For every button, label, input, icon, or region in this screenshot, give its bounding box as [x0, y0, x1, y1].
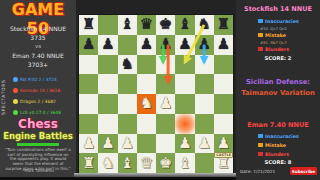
eman-blunders-row: Blunders: [258, 151, 289, 157]
spectator-name: Dragon 2 / 3682: [20, 99, 56, 104]
blunders-color-icon: [258, 47, 263, 52]
board-square[interactable]: [137, 74, 156, 94]
board-square[interactable]: [79, 94, 98, 114]
opening-name-line2: Taimanov Variation: [236, 89, 320, 97]
board-square[interactable]: [118, 35, 137, 55]
piece-white-king[interactable]: ♚: [159, 156, 172, 171]
board-square[interactable]: ♜: [214, 15, 233, 35]
board-square[interactable]: [98, 15, 117, 35]
board-square[interactable]: ♞: [118, 55, 137, 75]
brand-title-engine-battles: Engine Battles: [0, 131, 76, 141]
board-square[interactable]: ♝: [175, 15, 194, 35]
inaccuracies-label: Inaccuracies: [265, 134, 299, 139]
inaccuracies-label: Inaccuracies: [265, 19, 299, 24]
blunders-label: Blunders: [265, 152, 289, 157]
board-square[interactable]: ♟: [195, 35, 214, 55]
board-square[interactable]: ♟: [214, 134, 233, 154]
board-square[interactable]: ♟: [79, 134, 98, 154]
piece-black-queen[interactable]: ♛: [140, 17, 153, 32]
spectator-name: Fat Fritz 2 / 3724: [20, 77, 57, 82]
board-square[interactable]: [98, 55, 117, 75]
video-frame: GAME 50 Stockfish 14 NNUE 3735 vs Eman 7…: [0, 0, 320, 180]
board-square[interactable]: [175, 55, 194, 75]
board-square[interactable]: [175, 114, 194, 134]
board-square[interactable]: [195, 94, 214, 114]
white-engine-rating: 3735: [0, 34, 76, 41]
piece-white-pawn[interactable]: ♟: [101, 136, 114, 151]
spectator-row: Dragon 2 / 3682: [13, 97, 56, 105]
board-square[interactable]: ♟: [214, 35, 233, 55]
blunders-label: Blunders: [265, 47, 289, 52]
eman-score: SCORE: 8: [236, 159, 320, 165]
piece-black-pawn[interactable]: ♟: [140, 37, 153, 52]
spectators-label: SPECTATORS: [1, 73, 10, 121]
black-engine-name: Eman 7.40 NNUE: [0, 52, 76, 59]
piece-white-queen[interactable]: ♛: [140, 156, 153, 171]
spectator-color-dot: [13, 88, 18, 93]
brand-underline: [17, 143, 59, 146]
board-square[interactable]: [214, 94, 233, 114]
board-square[interactable]: ♟: [98, 134, 117, 154]
piece-black-bishop[interactable]: ♝: [178, 17, 191, 32]
board-square[interactable]: [214, 74, 233, 94]
piece-white-knight[interactable]: ♞: [101, 156, 114, 171]
board-square[interactable]: [137, 134, 156, 154]
castle-indicator-tag: CASTLE: [214, 152, 233, 159]
board-square[interactable]: ♝: [118, 15, 137, 35]
piece-black-pawn[interactable]: ♟: [197, 37, 210, 52]
piece-black-pawn[interactable]: ♟: [178, 37, 191, 52]
stockfish-inaccuracy-moves: #53..Qc7 Qc5: [260, 26, 287, 31]
white-engine-name: Stockfish 14 NNUE: [0, 25, 76, 32]
piece-black-knight[interactable]: ♞: [197, 17, 210, 32]
stockfish-panel-title: Stockfish 14 NNUE: [236, 5, 320, 13]
board-square[interactable]: [137, 114, 156, 134]
brand-title-chess: Chess: [0, 117, 76, 131]
piece-black-rook[interactable]: ♜: [82, 17, 95, 32]
board-square[interactable]: [79, 114, 98, 134]
quote-author: - Mark Taimanov: [0, 168, 76, 173]
board-square[interactable]: ♜: [79, 15, 98, 35]
spectator-name: Komodo 14 / 3618: [20, 88, 60, 93]
spectator-color-dot: [13, 99, 18, 104]
piece-white-bishop[interactable]: ♝: [178, 156, 191, 171]
mistake-label: Mistake: [265, 143, 286, 148]
board-square[interactable]: [195, 55, 214, 75]
board-square[interactable]: [195, 74, 214, 94]
piece-white-pawn[interactable]: ♟: [197, 136, 210, 151]
blunders-color-icon: [258, 152, 263, 157]
mistake-label: Mistake: [265, 33, 286, 38]
piece-white-pawn[interactable]: ♟: [217, 136, 230, 151]
piece-black-pawn[interactable]: ♟: [101, 37, 114, 52]
stockfish-score: SCORE: 2: [236, 55, 320, 61]
piece-white-pawn[interactable]: ♟: [159, 96, 172, 111]
stockfish-mistake-row: Mistake: [258, 32, 286, 38]
stockfish-blunders-row: Blunders: [258, 46, 289, 52]
piece-black-rook[interactable]: ♜: [217, 17, 230, 32]
board-square[interactable]: [79, 74, 98, 94]
board-square[interactable]: ♞: [137, 94, 156, 114]
piece-white-knight[interactable]: ♞: [140, 96, 153, 111]
board-square[interactable]: ♞: [195, 15, 214, 35]
spectator-row: Komodo 14 / 3618: [13, 86, 60, 94]
board-square[interactable]: ♟: [175, 35, 194, 55]
spectator-name: Lc0 v0.27.0 / 3648: [20, 110, 61, 115]
board-square[interactable]: [98, 114, 117, 134]
piece-black-bishop[interactable]: ♝: [120, 17, 133, 32]
board-square[interactable]: ♟: [195, 134, 214, 154]
piece-white-pawn[interactable]: ♟: [82, 136, 95, 151]
board-square[interactable]: [175, 74, 194, 94]
vs-label: vs: [0, 43, 76, 49]
board-square[interactable]: ♛: [137, 153, 156, 173]
board-square[interactable]: [118, 74, 137, 94]
board-square[interactable]: [156, 114, 175, 134]
mistake-color-icon: [258, 143, 263, 148]
board-square[interactable]: ♚: [156, 15, 175, 35]
board-square[interactable]: [137, 55, 156, 75]
board-square[interactable]: ♟: [79, 35, 98, 55]
chess-board: ♜♝♛♚♝♞♜♟♟♟♟♟♟♟♞♞♟♟♟♟♟♟♟♜♞♝♛♚♝♜ CASTLE: [78, 14, 234, 174]
piece-black-pawn[interactable]: ♟: [159, 37, 172, 52]
eman-mistake-row: Mistake: [258, 142, 286, 148]
stockfish-mistake-moves: #61..Rb7 Qc7: [260, 40, 287, 45]
board-square[interactable]: ♟: [156, 94, 175, 114]
inaccuracy-color-icon: [258, 19, 263, 24]
piece-white-pawn[interactable]: ♟: [120, 136, 133, 151]
board-square[interactable]: ♞: [98, 153, 117, 173]
board-square[interactable]: [98, 94, 117, 114]
spectator-row: Fat Fritz 2 / 3724: [13, 75, 57, 83]
board-square[interactable]: ♝: [175, 153, 194, 173]
board-square[interactable]: [214, 114, 233, 134]
board-square[interactable]: [156, 55, 175, 75]
eman-panel-title: Eman 7.40 NNUE: [236, 121, 320, 129]
piece-black-pawn[interactable]: ♟: [82, 37, 95, 52]
board-square[interactable]: ♟: [175, 134, 194, 154]
mistake-color-icon: [258, 33, 263, 38]
board-square[interactable]: ♝: [118, 153, 137, 173]
piece-black-king[interactable]: ♚: [159, 17, 172, 32]
piece-black-knight[interactable]: ♞: [120, 57, 133, 72]
board-square[interactable]: [118, 94, 137, 114]
spectator-row: Lc0 v0.27.0 / 3648: [13, 108, 61, 116]
board-square[interactable]: [156, 134, 175, 154]
subscribe-button[interactable]: Subscribe: [290, 167, 317, 175]
game-number: GAME 50: [0, 0, 76, 38]
right-panel: Stockfish 14 NNUE Inaccuracies #53..Qc7 …: [236, 0, 320, 180]
board-square[interactable]: [79, 55, 98, 75]
board-square[interactable]: ♛: [137, 15, 156, 35]
piece-white-rook[interactable]: ♜: [82, 156, 95, 171]
black-engine-rating: 3703+: [0, 61, 76, 68]
board-square[interactable]: [214, 55, 233, 75]
board-square[interactable]: [98, 74, 117, 94]
board-square[interactable]: ♟: [118, 134, 137, 154]
board-square[interactable]: [195, 153, 214, 173]
board-grid: ♜♝♛♚♝♞♜♟♟♟♟♟♟♟♞♞♟♟♟♟♟♟♟♜♞♝♛♚♝♜: [79, 15, 233, 173]
spectator-color-dot: [13, 77, 18, 82]
board-square[interactable]: [156, 74, 175, 94]
piece-black-pawn[interactable]: ♟: [217, 37, 230, 52]
stockfish-inaccuracies-row: Inaccuracies: [258, 18, 299, 24]
board-square[interactable]: ♚: [156, 153, 175, 173]
spectator-color-dot: [13, 110, 18, 115]
board-square[interactable]: ♟: [156, 35, 175, 55]
left-panel: GAME 50 Stockfish 14 NNUE 3735 vs Eman 7…: [0, 0, 76, 180]
piece-white-pawn[interactable]: ♟: [178, 136, 191, 151]
board-square[interactable]: ♟: [98, 35, 117, 55]
board-square[interactable]: ♟: [137, 35, 156, 55]
inaccuracy-color-icon: [258, 134, 263, 139]
opening-name-line1: Sicilian Defense:: [236, 78, 320, 86]
board-square[interactable]: ♜: [79, 153, 98, 173]
board-square[interactable]: [195, 114, 214, 134]
date-label: Date: 7/21/2021: [240, 169, 275, 174]
piece-white-bishop[interactable]: ♝: [120, 156, 133, 171]
board-square[interactable]: [118, 114, 137, 134]
eman-inaccuracies-row: Inaccuracies: [258, 133, 299, 139]
board-square[interactable]: [175, 94, 194, 114]
